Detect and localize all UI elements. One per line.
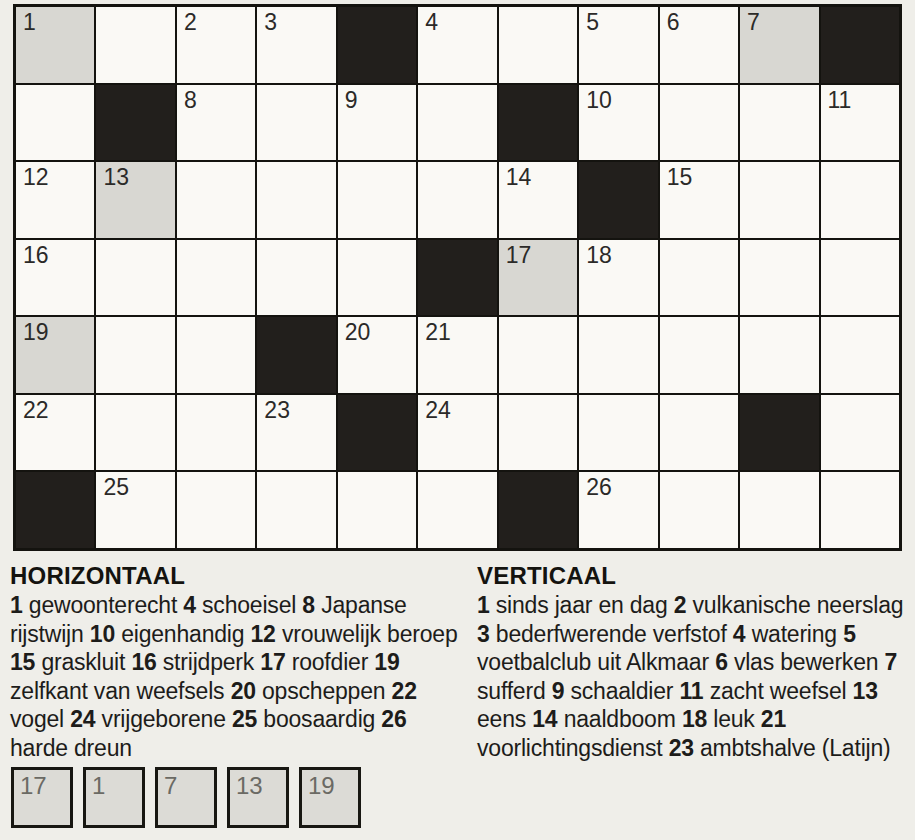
clue-number: 23 [669, 735, 694, 761]
solution-box-19[interactable]: 19 [299, 767, 361, 828]
grid-cell-r2c2 [96, 85, 174, 161]
clue-text: eens [477, 706, 526, 732]
cell-number: 25 [103, 474, 129, 500]
grid-cell-r5c1[interactable]: 19 [16, 317, 94, 393]
clue-number: 6 [715, 649, 728, 675]
clue-text: watering [745, 621, 837, 647]
clue-text: harde dreun [10, 735, 132, 761]
cell-number: 9 [345, 87, 358, 113]
grid-cell-r1c9[interactable]: 6 [660, 7, 738, 83]
cell-number: 26 [586, 474, 612, 500]
clue-number: 18 [682, 706, 707, 732]
grid-cell-r5c7[interactable] [499, 317, 577, 393]
grid-cell-r5c11[interactable] [821, 317, 899, 393]
clue-text: voetbalclub uit Alkmaar [477, 649, 709, 675]
clue-number: 16 [131, 649, 156, 675]
grid-cell-r2c1[interactable] [16, 85, 94, 161]
grid-cell-r1c6[interactable]: 4 [418, 7, 496, 83]
solution-box-number: 7 [164, 772, 177, 800]
grid-cell-r7c7 [499, 472, 577, 548]
clue-text: gewoonterecht [23, 592, 177, 618]
grid-cell-r5c5[interactable]: 20 [338, 317, 416, 393]
clue-text: vrouwelijk beroep [276, 621, 458, 647]
grid-cell-r3c8 [579, 162, 657, 238]
cell-number: 20 [345, 319, 371, 345]
grid-cell-r6c4[interactable]: 23 [257, 395, 335, 471]
clue-number: 21 [761, 706, 786, 732]
clue-text: naaldboom [557, 706, 675, 732]
grid-cell-r3c9[interactable]: 15 [660, 162, 738, 238]
cell-number: 18 [586, 242, 612, 268]
cell-number: 5 [586, 9, 599, 35]
clue-number: 5 [843, 621, 856, 647]
grid-cell-r3c3[interactable] [177, 162, 255, 238]
clue-text: schaaldier [564, 678, 673, 704]
grid-cell-r7c1 [16, 472, 94, 548]
clue-number: 22 [392, 678, 417, 704]
clue-number: 26 [381, 706, 406, 732]
clue-number: 1 [477, 592, 490, 618]
clue-number: 8 [302, 592, 315, 618]
cell-number: 19 [23, 319, 49, 345]
solution-box-1[interactable]: 1 [83, 767, 145, 828]
grid-cell-r7c9[interactable] [660, 472, 738, 548]
grid-cell-r5c8[interactable] [579, 317, 657, 393]
grid-cell-r6c8[interactable] [579, 395, 657, 471]
clue-text: sinds jaar en dag [490, 592, 668, 618]
cell-number: 10 [586, 87, 612, 113]
grid-cell-r1c10[interactable]: 7 [740, 7, 818, 83]
cell-number: 4 [425, 9, 438, 35]
solution-word-boxes: 17171319 [11, 767, 361, 828]
clue-number: 19 [374, 649, 399, 675]
clue-number: 20 [231, 678, 256, 704]
grid-cell-r7c6[interactable] [418, 472, 496, 548]
solution-box-13[interactable]: 13 [227, 767, 289, 828]
grid-cell-r2c6[interactable] [418, 85, 496, 161]
grid-cell-r2c11[interactable]: 11 [821, 85, 899, 161]
clue-number: 17 [260, 649, 285, 675]
grid-cell-r4c11[interactable] [821, 240, 899, 316]
clue-text: schoeisel [196, 592, 296, 618]
grid-cell-r7c4[interactable] [257, 472, 335, 548]
grid-cell-r7c3[interactable] [177, 472, 255, 548]
solution-box-number: 17 [20, 772, 47, 800]
grid-cell-r5c2[interactable] [96, 317, 174, 393]
grid-cell-r6c5 [338, 395, 416, 471]
down-clue-list: 1 sinds jaar en dag 2 vulkanische neersl… [477, 591, 915, 762]
cell-number: 1 [23, 9, 36, 35]
clue-number: 12 [251, 621, 276, 647]
clue-text: zelfkant van weefsels [10, 678, 224, 704]
grid-cell-r6c6[interactable]: 24 [418, 395, 496, 471]
grid-cell-r4c5[interactable] [338, 240, 416, 316]
clue-number: 4 [733, 621, 746, 647]
solution-box-7[interactable]: 7 [155, 767, 217, 828]
solution-box-number: 19 [308, 772, 335, 800]
down-heading: VERTICAAL [477, 560, 915, 591]
clue-text: vogel [10, 706, 64, 732]
grid-cell-r6c9[interactable] [660, 395, 738, 471]
grid-cell-r2c7 [499, 85, 577, 161]
clue-text: eigenhandig [115, 621, 244, 647]
grid-cell-r5c6[interactable]: 21 [418, 317, 496, 393]
grid-cell-r4c2[interactable] [96, 240, 174, 316]
clue-number: 7 [885, 649, 898, 675]
cell-number: 22 [23, 397, 49, 423]
across-heading: HORIZONTAAL [10, 560, 462, 591]
cell-number: 11 [828, 87, 852, 113]
cell-number: 3 [264, 9, 277, 35]
grid-cell-r3c11[interactable] [821, 162, 899, 238]
grid-cell-r4c3[interactable] [177, 240, 255, 316]
clue-text: vlas bewerken [728, 649, 879, 675]
grid-cell-r6c10 [740, 395, 818, 471]
solution-box-number: 13 [236, 772, 263, 800]
clue-text: leuk [707, 706, 755, 732]
clue-number: 3 [477, 621, 490, 647]
cell-number: 7 [747, 9, 760, 35]
grid-cell-r7c5[interactable] [338, 472, 416, 548]
grid-cell-r4c1[interactable]: 16 [16, 240, 94, 316]
clue-number: 15 [10, 649, 35, 675]
cell-number: 8 [184, 87, 197, 113]
grid-cell-r4c8[interactable]: 18 [579, 240, 657, 316]
clue-number: 11 [680, 678, 704, 704]
grid-cell-r6c2[interactable] [96, 395, 174, 471]
clue-text: graskluit [35, 649, 125, 675]
solution-box-number: 1 [92, 772, 105, 800]
down-clues-section: VERTICAAL 1 sinds jaar en dag 2 vulkanis… [477, 560, 915, 762]
clue-text: vrijgeborene [95, 706, 225, 732]
grid-cell-r1c1[interactable]: 1 [16, 7, 94, 83]
grid-cell-r6c3[interactable] [177, 395, 255, 471]
grid-cell-r4c10[interactable] [740, 240, 818, 316]
across-clue-list: 1 gewoonterecht 4 schoeisel 8 Japanse ri… [10, 591, 462, 762]
clue-text: sufferd [477, 678, 546, 704]
clue-number: 4 [183, 592, 196, 618]
clue-number: 25 [232, 706, 257, 732]
grid-cell-r7c2[interactable]: 25 [96, 472, 174, 548]
cell-number: 16 [23, 242, 49, 268]
grid-cell-r5c9[interactable] [660, 317, 738, 393]
cell-number: 6 [667, 9, 680, 35]
grid-cell-r2c9[interactable] [660, 85, 738, 161]
clue-number: 9 [552, 678, 565, 704]
grid-cell-r2c8[interactable]: 10 [579, 85, 657, 161]
clue-text: roofdier [286, 649, 369, 675]
grid-cell-r6c1[interactable]: 22 [16, 395, 94, 471]
clue-text: ambtshalve (Latijn) [694, 735, 891, 761]
clue-text: zacht weefsel [703, 678, 846, 704]
grid-cell-r4c4[interactable] [257, 240, 335, 316]
cell-number: 24 [425, 397, 451, 423]
grid-cell-r4c9[interactable] [660, 240, 738, 316]
grid-cell-r2c5[interactable]: 9 [338, 85, 416, 161]
across-clues-section: HORIZONTAAL 1 gewoonterecht 4 schoeisel … [10, 560, 462, 762]
clue-text: boosaardig [257, 706, 375, 732]
cell-number: 2 [184, 9, 197, 35]
grid-cell-r7c11[interactable] [821, 472, 899, 548]
clue-number: 13 [853, 678, 878, 704]
grid-cell-r2c10[interactable] [740, 85, 818, 161]
grid-cell-r1c4[interactable]: 3 [257, 7, 335, 83]
cell-number: 13 [103, 164, 129, 190]
grid-cell-r2c3[interactable]: 8 [177, 85, 255, 161]
clue-number: 24 [70, 706, 95, 732]
grid-cell-r3c10[interactable] [740, 162, 818, 238]
grid-cell-r1c7[interactable] [499, 7, 577, 83]
clue-number: 1 [10, 592, 23, 618]
grid-cell-r2c4[interactable] [257, 85, 335, 161]
grid-cell-r3c7[interactable]: 14 [499, 162, 577, 238]
grid-cell-r4c6 [418, 240, 496, 316]
solution-box-17[interactable]: 17 [11, 767, 73, 828]
cell-number: 14 [506, 164, 532, 190]
clue-number: 2 [674, 592, 687, 618]
grid-cell-r5c3[interactable] [177, 317, 255, 393]
clue-text: vulkanische neerslag [686, 592, 903, 618]
clue-text: bederfwerende verfstof [490, 621, 727, 647]
grid-cell-r1c11 [821, 7, 899, 83]
grid-cell-r6c11[interactable] [821, 395, 899, 471]
cell-number: 21 [425, 319, 451, 345]
grid-cell-r7c8[interactable]: 26 [579, 472, 657, 548]
clue-text: voorlichtingsdienst [477, 735, 662, 761]
grid-cell-r1c5 [338, 7, 416, 83]
cell-number: 15 [667, 164, 693, 190]
grid-cell-r1c3[interactable]: 2 [177, 7, 255, 83]
grid-cell-r7c10[interactable] [740, 472, 818, 548]
grid-cell-r6c7[interactable] [499, 395, 577, 471]
grid-cell-r3c2[interactable]: 13 [96, 162, 174, 238]
cell-number: 17 [506, 242, 532, 268]
clue-number: 14 [532, 706, 557, 732]
grid-cell-r3c6[interactable] [418, 162, 496, 238]
clue-text: opscheppen [256, 678, 386, 704]
crossword-grid: 1234567891011121314151617181920212223242… [13, 4, 902, 551]
grid-cell-r1c8[interactable]: 5 [579, 7, 657, 83]
grid-cell-r5c10[interactable] [740, 317, 818, 393]
cell-number: 12 [23, 164, 49, 190]
cell-number: 23 [264, 397, 290, 423]
grid-cell-r4c7[interactable]: 17 [499, 240, 577, 316]
clue-text: strijdperk [157, 649, 255, 675]
grid-cell-r5c4 [257, 317, 335, 393]
clue-number: 10 [90, 621, 115, 647]
grid-cell-r1c2[interactable] [96, 7, 174, 83]
grid-cell-r3c1[interactable]: 12 [16, 162, 94, 238]
grid-cell-r3c5[interactable] [338, 162, 416, 238]
grid-cell-r3c4[interactable] [257, 162, 335, 238]
